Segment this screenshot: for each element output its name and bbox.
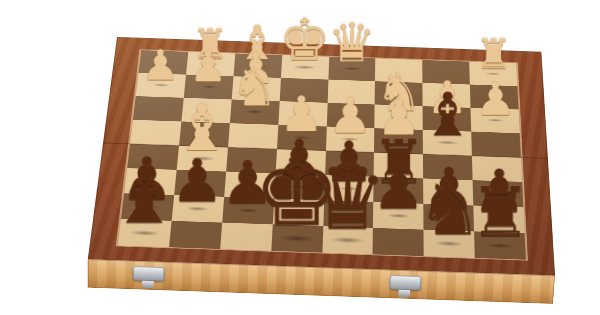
square-c5 [374,152,423,178]
square-f3 [230,99,280,124]
square-a8 [474,231,526,259]
square-e4 [277,125,327,151]
square-g2 [184,75,234,100]
square-d6 [324,175,374,202]
square-f2 [231,76,280,101]
square-b3 [423,106,472,131]
square-e8 [271,224,323,252]
square-e5 [275,149,325,175]
square-g8 [169,221,222,249]
square-b4 [423,130,472,156]
square-b7 [424,204,475,232]
product-photo-scene: chess ♜♝♚♛♜♟♟♟♞♞♟♟♟♟♟♝♝♟♟♜♟♟♟♟♟♟♝♚♛♞♜ [0,0,600,315]
square-c4 [374,128,423,154]
square-h5 [127,144,179,170]
square-e1 [281,55,329,79]
board-grid [118,50,526,259]
square-b5 [423,154,473,180]
square-b2 [423,83,471,108]
square-a7 [473,206,524,234]
square-e6 [274,173,325,200]
square-c2 [375,81,423,106]
square-d4 [325,126,374,152]
square-f7 [222,197,274,224]
metal-latch-left [133,266,165,281]
square-c8 [373,228,424,256]
square-e2 [279,78,328,103]
chess-board: ♜♝♚♛♜♟♟♟♞♞♟♟♟♟♟♝♝♟♟♜♟♟♟♟♟♟♝♚♛♞♜ [88,37,555,275]
board-front-edge [88,259,555,304]
square-f1 [233,54,282,78]
square-c6 [374,177,424,204]
square-h2 [136,73,186,98]
square-a6 [473,180,524,207]
square-f5 [226,147,277,173]
square-d3 [326,103,375,128]
square-h3 [133,96,184,121]
square-e3 [278,101,327,126]
square-d5 [325,151,375,177]
square-a2 [470,84,518,109]
front-edge-woodgrain [88,259,555,304]
square-c3 [375,104,423,129]
square-f8 [220,223,272,251]
square-g7 [171,195,223,222]
square-b1 [422,60,470,84]
square-f4 [228,123,278,149]
square-h6 [124,168,176,195]
square-b6 [423,179,473,206]
square-h8 [118,219,172,247]
square-f6 [224,172,275,199]
square-h1 [139,50,189,74]
square-h7 [121,193,174,220]
square-g5 [177,145,228,171]
square-a3 [471,108,520,133]
metal-latch-right [389,275,421,290]
square-e7 [272,199,323,227]
square-d8 [322,226,373,254]
square-g6 [174,170,226,197]
square-d2 [327,80,375,105]
board-right-edge [540,52,555,302]
square-c7 [373,202,423,230]
square-a1 [469,62,517,86]
square-a4 [471,131,521,157]
square-c1 [375,58,422,82]
square-d1 [328,57,376,81]
square-h4 [130,120,181,146]
square-a5 [472,156,522,182]
square-g3 [181,98,231,123]
square-g4 [179,121,230,147]
square-d7 [323,200,374,228]
square-b8 [424,230,475,258]
square-g1 [186,52,235,76]
